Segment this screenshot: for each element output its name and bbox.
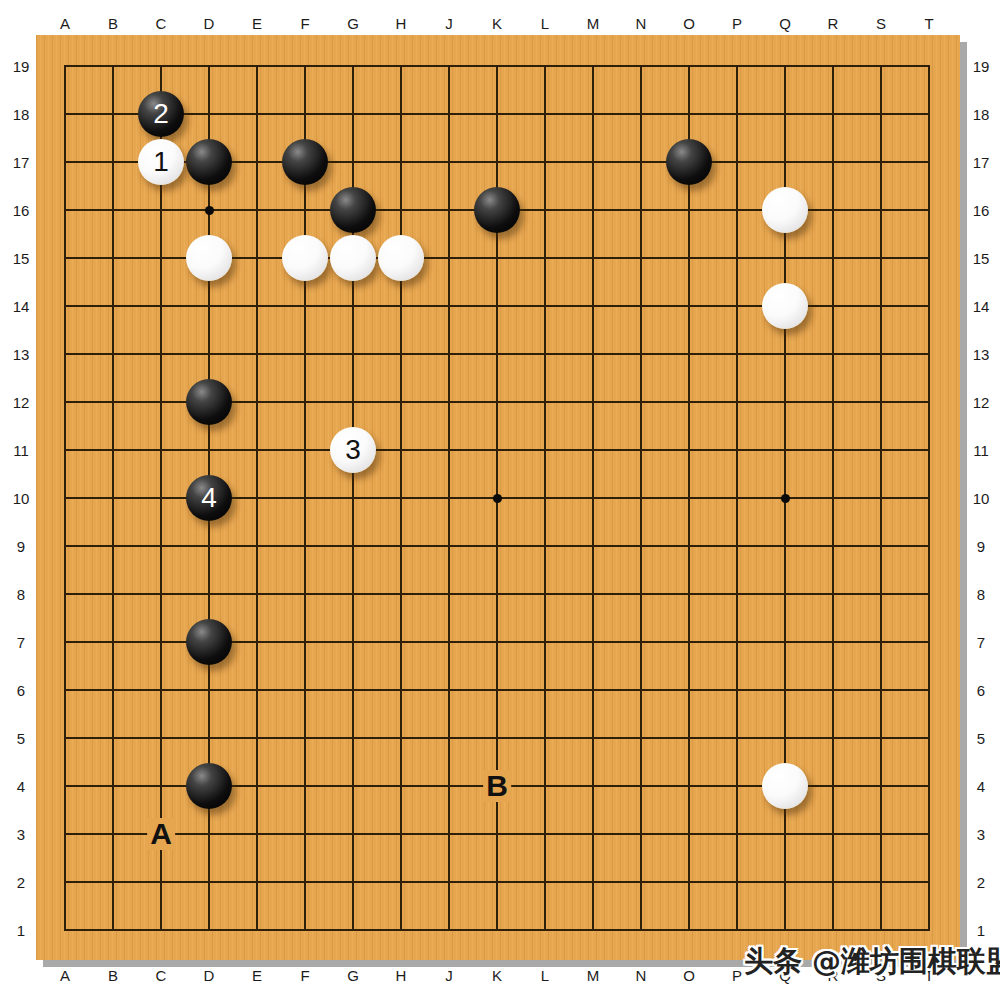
row-label-right-3: 3 (977, 826, 985, 843)
row-label-right-2: 2 (977, 874, 985, 891)
row-label-left-14: 14 (13, 298, 30, 315)
grid-line-v (592, 65, 594, 931)
grid-line-v (928, 65, 930, 931)
row-label-right-4: 4 (977, 778, 985, 795)
stone-black-K16 (474, 187, 520, 233)
row-label-right-11: 11 (973, 442, 989, 459)
col-label-top-L: L (541, 15, 549, 32)
row-label-right-6: 6 (977, 682, 985, 699)
stone-white-G11: 3 (330, 427, 376, 473)
col-label-top-C: C (156, 15, 167, 32)
col-label-top-S: S (876, 15, 886, 32)
stone-black-D17 (186, 139, 232, 185)
star-point-K10 (493, 494, 502, 503)
row-label-right-10: 10 (973, 490, 990, 507)
row-label-right-17: 17 (973, 154, 990, 171)
grid-line-v (736, 65, 738, 931)
grid-line-v (640, 65, 642, 931)
row-label-left-15: 15 (13, 250, 30, 267)
col-label-top-Q: Q (779, 15, 791, 32)
col-label-bottom-K: K (492, 967, 502, 984)
stone-black-C18: 2 (138, 91, 184, 137)
row-label-left-1: 1 (17, 922, 25, 939)
col-label-top-M: M (587, 15, 600, 32)
stone-black-F17 (282, 139, 328, 185)
stone-white-F15 (282, 235, 328, 281)
row-label-right-14: 14 (973, 298, 990, 315)
star-point-Q10 (781, 494, 790, 503)
watermark-text: 头条 @潍坊围棋联盟 (744, 942, 1000, 982)
stone-white-H15 (378, 235, 424, 281)
grid-line-h (64, 545, 930, 547)
col-label-bottom-C: C (156, 967, 167, 984)
grid-line-h (64, 593, 930, 595)
board-layer: AABBCCDDEEFFGGHHJJKKLLMMNNOOPPQQRRSSTT19… (0, 0, 1000, 1000)
col-label-top-P: P (732, 15, 742, 32)
row-label-right-7: 7 (977, 634, 985, 651)
stone-black-D12 (186, 379, 232, 425)
col-label-bottom-G: G (347, 967, 359, 984)
grid-line-h (64, 833, 930, 835)
col-label-bottom-P: P (732, 967, 742, 984)
col-label-top-F: F (300, 15, 309, 32)
col-label-bottom-H: H (396, 967, 407, 984)
star-point-D16 (205, 206, 214, 215)
row-label-left-9: 9 (17, 538, 25, 555)
row-label-left-12: 12 (13, 394, 30, 411)
col-label-bottom-F: F (300, 967, 309, 984)
col-label-bottom-M: M (587, 967, 600, 984)
col-label-top-J: J (445, 15, 453, 32)
col-label-top-E: E (252, 15, 262, 32)
row-label-left-17: 17 (13, 154, 30, 171)
stone-white-C17: 1 (138, 139, 184, 185)
col-label-top-A: A (60, 15, 70, 32)
row-label-right-13: 13 (973, 346, 990, 363)
row-label-left-7: 7 (17, 634, 25, 651)
col-label-bottom-D: D (204, 967, 215, 984)
col-label-top-B: B (108, 15, 118, 32)
grid-line-h (64, 881, 930, 883)
col-label-top-D: D (204, 15, 215, 32)
row-label-left-6: 6 (17, 682, 25, 699)
grid-line-v (832, 65, 834, 931)
col-label-bottom-A: A (60, 967, 70, 984)
grid-line-h (64, 689, 930, 691)
grid-line-h (64, 737, 930, 739)
grid-line-v (880, 65, 882, 931)
row-label-left-18: 18 (13, 106, 30, 123)
row-label-right-9: 9 (977, 538, 985, 555)
row-label-right-15: 15 (973, 250, 990, 267)
row-label-left-3: 3 (17, 826, 25, 843)
row-label-left-8: 8 (17, 586, 25, 603)
row-label-right-18: 18 (973, 106, 990, 123)
col-label-bottom-B: B (108, 967, 118, 984)
col-label-top-K: K (492, 15, 502, 32)
row-label-left-11: 11 (13, 442, 29, 459)
stone-white-Q16 (762, 187, 808, 233)
grid-line-h (64, 929, 930, 931)
col-label-top-H: H (396, 15, 407, 32)
annotation-A: A (147, 818, 175, 850)
row-label-right-5: 5 (977, 730, 985, 747)
row-label-left-16: 16 (13, 202, 30, 219)
col-label-bottom-N: N (636, 967, 647, 984)
row-label-right-1: 1 (977, 922, 985, 939)
stone-black-D10: 4 (186, 475, 232, 521)
stone-black-G16 (330, 187, 376, 233)
go-board-diagram: AABBCCDDEEFFGGHHJJKKLLMMNNOOPPQQRRSSTT19… (0, 0, 1000, 1000)
grid-line-v (688, 65, 690, 931)
col-label-bottom-E: E (252, 967, 262, 984)
row-label-right-12: 12 (973, 394, 990, 411)
annotation-B: B (483, 770, 511, 802)
col-label-top-T: T (924, 15, 933, 32)
stone-white-D15 (186, 235, 232, 281)
row-label-right-8: 8 (977, 586, 985, 603)
row-label-right-16: 16 (973, 202, 990, 219)
col-label-bottom-J: J (445, 967, 453, 984)
row-label-left-4: 4 (17, 778, 25, 795)
grid-line-v (544, 65, 546, 931)
stone-black-D4 (186, 763, 232, 809)
col-label-bottom-L: L (541, 967, 549, 984)
row-label-left-5: 5 (17, 730, 25, 747)
row-label-left-19: 19 (13, 58, 30, 75)
stone-white-Q14 (762, 283, 808, 329)
row-label-left-2: 2 (17, 874, 25, 891)
stone-black-D7 (186, 619, 232, 665)
row-label-left-13: 13 (13, 346, 30, 363)
col-label-bottom-O: O (683, 967, 695, 984)
stone-white-Q4 (762, 763, 808, 809)
row-label-right-19: 19 (973, 58, 990, 75)
col-label-top-N: N (636, 15, 647, 32)
stone-white-G15 (330, 235, 376, 281)
stone-black-O17 (666, 139, 712, 185)
col-label-top-R: R (828, 15, 839, 32)
col-label-top-O: O (683, 15, 695, 32)
col-label-top-G: G (347, 15, 359, 32)
row-label-left-10: 10 (13, 490, 30, 507)
